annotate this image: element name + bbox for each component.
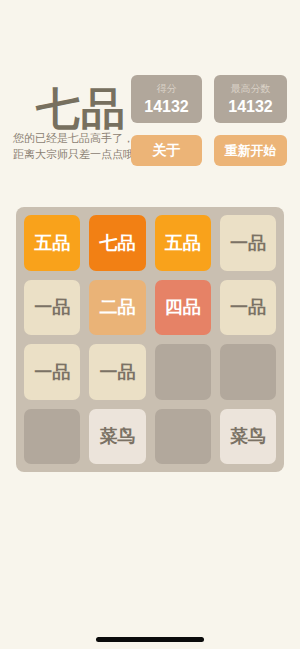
empty-cell [24,409,80,465]
game-board[interactable]: 五品七品五品一品一品二品四品一品一品一品菜鸟菜鸟 [16,207,284,472]
best-score-label: 最高分数 [231,82,271,95]
tile-4: 一品 [220,215,276,271]
tile-4: 一品 [24,280,80,336]
home-indicator-bar[interactable] [96,637,204,642]
restart-button[interactable]: 重新开始 [214,135,287,166]
empty-cell [155,344,211,400]
page-title: 七品 [36,82,120,136]
rank-hint-text: 您的已经是七品高手了， 距离大宗师只差一点点哦 [13,130,138,162]
score-value: 14132 [144,97,189,116]
tile-4: 一品 [89,344,145,400]
score-label: 得分 [157,82,177,95]
tile-64: 五品 [24,215,80,271]
empty-cell [155,409,211,465]
tile-4: 一品 [24,344,80,400]
tile-256: 七品 [89,215,145,271]
score-box: 得分 14132 [131,75,202,123]
best-score-box: 最高分数 14132 [214,75,287,123]
tile-64: 五品 [155,215,211,271]
tile-2: 菜鸟 [89,409,145,465]
best-score-value: 14132 [228,97,273,116]
tile-32: 四品 [155,280,211,336]
tile-2: 菜鸟 [220,409,276,465]
rank-hint-line2: 距离大宗师只差一点点哦 [13,146,138,162]
tile-8: 二品 [89,280,145,336]
empty-cell [220,344,276,400]
rank-hint-line1: 您的已经是七品高手了， [13,130,138,146]
about-button[interactable]: 关于 [131,135,202,166]
tile-4: 一品 [220,280,276,336]
